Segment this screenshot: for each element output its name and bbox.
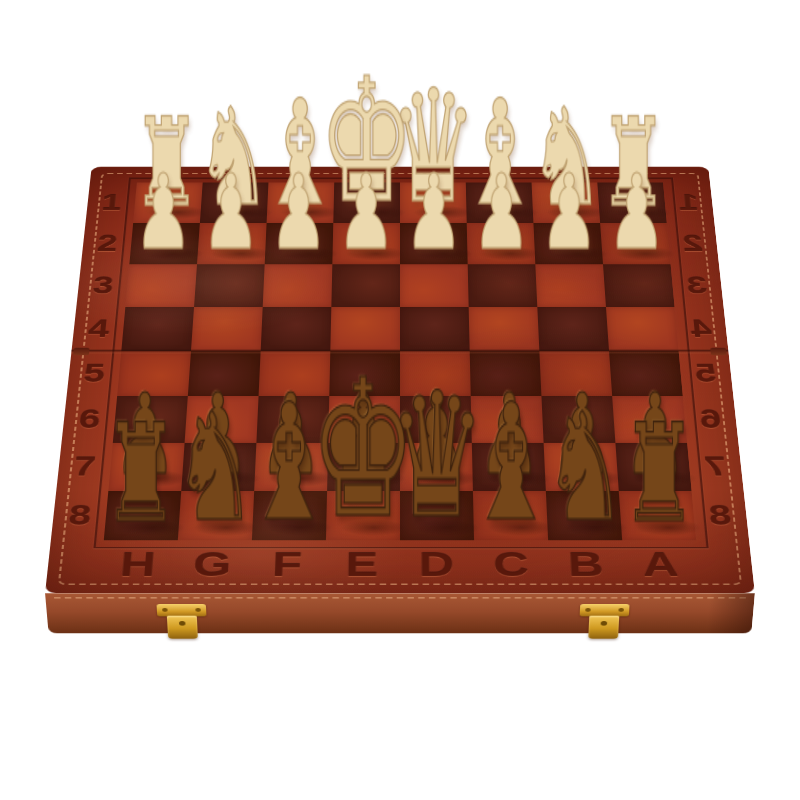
piece-white-pawn-d2: ♟: [400, 223, 468, 264]
rank-label-right-3: 3: [671, 264, 724, 307]
piece-white-pawn-g2: ♟: [197, 223, 267, 264]
rank-label-right-1: 1: [663, 183, 714, 223]
rank-label-left-2: 2: [81, 223, 133, 264]
piece-black-knight-b8: ♞: [546, 491, 622, 541]
latch-flap-icon: [167, 616, 198, 639]
piece-white-pawn-a2: ♟: [600, 223, 671, 264]
rank-label-left-3: 3: [76, 264, 129, 307]
rank-label-left-4: 4: [72, 307, 126, 351]
piece-white-pawn-c2: ♟: [467, 223, 536, 264]
black-bishop-glyph: ♝: [466, 386, 556, 539]
piece-white-pawn-f2: ♟: [265, 223, 334, 264]
piece-black-knight-g8: ♞: [178, 491, 254, 541]
rank-label-right-2: 2: [667, 223, 719, 264]
white-pawn-glyph: ♟: [134, 165, 192, 263]
piece-white-pawn-h2: ♟: [129, 223, 200, 264]
rank-label-left-1: 1: [86, 183, 137, 223]
piece-white-pawn-e2: ♟: [332, 223, 400, 264]
chess-set-scene: 12345678 12345678 HGFEDCBA ♜♞♝♚♛♝♞♜♟♟♟♟♟…: [0, 0, 800, 800]
box-front-panel: [45, 593, 755, 633]
white-pawn-glyph: ♟: [337, 165, 395, 263]
rank-label-right-4: 4: [675, 307, 729, 351]
latch-plate-icon: [580, 604, 630, 616]
white-pawn-glyph: ♟: [405, 165, 463, 263]
piece-black-bishop-c8: ♝: [473, 491, 548, 541]
black-rook-glyph: ♜: [103, 410, 179, 539]
white-pawn-glyph: ♟: [608, 165, 666, 263]
white-pawn-glyph: ♟: [540, 165, 598, 263]
pieces-layer: ♜♞♝♚♛♝♞♜♟♟♟♟♟♟♟♟♟♟♟♟♟♟♟♟♜♞♝♚♛♝♞♜: [45, 167, 755, 593]
black-king-glyph: ♚: [310, 359, 416, 539]
latch-flap-icon: [588, 616, 619, 639]
clasp-left: [157, 604, 208, 644]
folding-chess-board: 12345678 12345678 HGFEDCBA ♜♞♝♚♛♝♞♜♟♟♟♟♟…: [45, 167, 755, 593]
piece-black-rook-a8: ♜: [619, 491, 697, 541]
piece-black-king-e8: ♚: [326, 491, 400, 541]
piece-black-rook-h8: ♜: [104, 491, 182, 541]
white-pawn-glyph: ♟: [202, 165, 260, 263]
white-pawn-glyph: ♟: [270, 165, 328, 263]
white-pawn-glyph: ♟: [472, 165, 530, 263]
product-photo-page: 12345678 12345678 HGFEDCBA ♜♞♝♚♛♝♞♜♟♟♟♟♟…: [0, 0, 800, 800]
latch-plate-icon: [157, 604, 207, 616]
clasp-right: [578, 604, 629, 644]
piece-white-pawn-b2: ♟: [533, 223, 603, 264]
black-rook-glyph: ♜: [621, 410, 697, 539]
